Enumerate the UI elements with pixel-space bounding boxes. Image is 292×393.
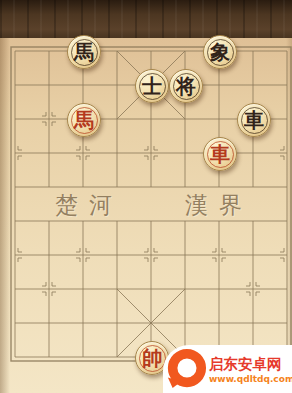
piece-red-horse[interactable]: 馬 <box>67 103 101 137</box>
watermark-site-name: 启东安卓网 <box>209 355 292 374</box>
watermark-site-url: www.qdltdq.com <box>209 374 292 384</box>
piece-black-chariot[interactable]: 車 <box>237 103 271 137</box>
piece-red-chariot[interactable]: 車 <box>203 137 237 171</box>
q-speech-bubble-icon <box>165 348 207 390</box>
piece-black-horse[interactable]: 馬 <box>67 35 101 69</box>
xiangqi-app-screen: 楚河 漢界 馬象士将馬車車帥 启东安卓网 www.qdltdq.com <box>0 0 292 393</box>
piece-black-elephant[interactable]: 象 <box>203 35 237 69</box>
river-label-chu-he: 楚河 <box>44 190 134 220</box>
piece-black-advisor[interactable]: 士 <box>135 69 169 103</box>
watermark-text: 启东安卓网 www.qdltdq.com <box>209 355 292 384</box>
watermark-banner: 启东安卓网 www.qdltdq.com <box>163 345 292 393</box>
river-label-han-jie: 漢界 <box>174 190 264 220</box>
piece-black-general[interactable]: 将 <box>169 69 203 103</box>
